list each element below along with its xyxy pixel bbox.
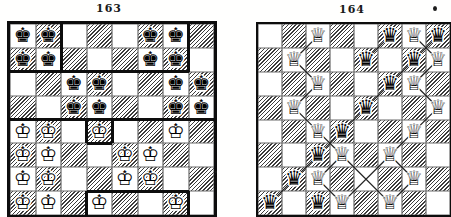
black-queen-piece[interactable]: ♛ bbox=[378, 71, 402, 95]
fig163-square-r5c5[interactable] bbox=[112, 120, 138, 144]
partition-line bbox=[87, 190, 189, 193]
fig163-square-r3c5[interactable] bbox=[112, 72, 138, 96]
partition-line bbox=[111, 120, 114, 144]
fig164-square-r5c8[interactable] bbox=[426, 120, 450, 144]
black-king-piece[interactable]: ♚ bbox=[61, 95, 87, 119]
partition-line bbox=[60, 24, 63, 72]
fig163-square-r4c2[interactable] bbox=[36, 96, 62, 120]
fig164-square-r6c8[interactable] bbox=[426, 143, 450, 167]
black-queen-piece[interactable]: ♛ bbox=[354, 47, 378, 71]
white-king-piece[interactable]: ♔ bbox=[10, 166, 36, 190]
black-queen-piece[interactable]: ♛ bbox=[354, 95, 378, 119]
black-king-piece[interactable]: ♚ bbox=[61, 71, 87, 95]
fig163-square-r5c6[interactable] bbox=[138, 120, 164, 144]
fig164-square-r8c5[interactable] bbox=[354, 191, 378, 215]
fig164-square-r1c1[interactable] bbox=[258, 24, 282, 48]
figure-164-label: 164 bbox=[256, 3, 448, 16]
fig164-square-r5c2[interactable] bbox=[282, 120, 306, 144]
white-king-piece[interactable]: ♔ bbox=[36, 190, 62, 214]
white-king-piece[interactable]: ♔ bbox=[10, 142, 36, 166]
white-king-piece[interactable]: ♔ bbox=[87, 119, 113, 143]
white-king-piece[interactable]: ♔ bbox=[138, 166, 164, 190]
white-king-piece[interactable]: ♔ bbox=[36, 166, 62, 190]
fig164-square-r3c4[interactable] bbox=[330, 72, 354, 96]
fig163-square-r2c4[interactable] bbox=[87, 48, 113, 72]
white-queen-piece[interactable]: ♕ bbox=[402, 119, 426, 143]
white-queen-piece[interactable]: ♕ bbox=[378, 142, 402, 166]
black-king-piece[interactable]: ♚ bbox=[36, 47, 62, 71]
white-queen-piece[interactable]: ♕ bbox=[402, 71, 426, 95]
fig163-square-r6c7[interactable] bbox=[163, 143, 189, 167]
white-king-piece[interactable]: ♔ bbox=[163, 119, 189, 143]
fig163-square-r6c8[interactable] bbox=[189, 143, 215, 167]
black-king-piece[interactable]: ♚ bbox=[163, 95, 189, 119]
fig163-square-r1c3[interactable] bbox=[61, 24, 87, 48]
fig163-square-r7c3[interactable] bbox=[61, 167, 87, 191]
white-queen-piece[interactable]: ♕ bbox=[402, 166, 426, 190]
fig163-square-r8c8[interactable] bbox=[189, 191, 215, 215]
fig163-square-r2c5[interactable] bbox=[112, 48, 138, 72]
fig163-square-r5c8[interactable] bbox=[189, 120, 215, 144]
fig164-square-r3c8[interactable] bbox=[426, 72, 450, 96]
black-queen-piece[interactable]: ♛ bbox=[426, 23, 450, 47]
black-king-piece[interactable]: ♚ bbox=[138, 23, 164, 47]
fig164-square-r8c2[interactable] bbox=[282, 191, 306, 215]
chessboard-figure-164: ♕♛♕♛♕♛♛♕♕♛♕♕♛♕♕♛♕♛♕♕♛♕♕♛♛♕♕ bbox=[256, 22, 451, 217]
fig164-square-r2c6[interactable] bbox=[378, 48, 402, 72]
black-king-piece[interactable]: ♚ bbox=[163, 47, 189, 71]
white-queen-piece[interactable]: ♕ bbox=[306, 119, 330, 143]
fig163-square-r1c4[interactable] bbox=[87, 24, 113, 48]
fig164-square-r3c5[interactable] bbox=[354, 72, 378, 96]
white-king-piece[interactable]: ♔ bbox=[36, 142, 62, 166]
white-queen-piece[interactable]: ♕ bbox=[426, 47, 450, 71]
black-king-piece[interactable]: ♚ bbox=[189, 71, 215, 95]
fig163-square-r2c8[interactable] bbox=[189, 48, 215, 72]
fig163-square-r4c1[interactable] bbox=[10, 96, 36, 120]
black-king-piece[interactable]: ♚ bbox=[138, 47, 164, 71]
scanned-book-page: 163 164 ♚♚♚♚♚♚♚♚♚♚♚♚♚♚♚♚♔♔♔♔♔♔♔♔♔♔♔♔♔♔♔♔… bbox=[0, 0, 451, 217]
fig163-square-r7c7[interactable] bbox=[163, 167, 189, 191]
fig164-square-r3c1[interactable] bbox=[258, 72, 282, 96]
fig164-square-r5c5[interactable] bbox=[354, 120, 378, 144]
fig163-square-r1c8[interactable] bbox=[189, 24, 215, 48]
white-queen-piece[interactable]: ♕ bbox=[306, 71, 330, 95]
fig164-square-r4c6[interactable] bbox=[378, 96, 402, 120]
fig164-square-r7c4[interactable] bbox=[330, 167, 354, 191]
fig164-square-r6c5[interactable] bbox=[354, 143, 378, 167]
fig164-square-r1c5[interactable] bbox=[354, 24, 378, 48]
black-queen-piece[interactable]: ♛ bbox=[402, 47, 426, 71]
fig164-square-r6c1[interactable] bbox=[258, 143, 282, 167]
scan-speck bbox=[433, 6, 437, 11]
white-queen-piece[interactable]: ♕ bbox=[282, 47, 306, 71]
black-king-piece[interactable]: ♚ bbox=[189, 95, 215, 119]
fig163-square-r3c1[interactable] bbox=[10, 72, 36, 96]
white-king-piece[interactable]: ♔ bbox=[163, 190, 189, 214]
fig163-square-r7c8[interactable] bbox=[189, 167, 215, 191]
white-queen-piece[interactable]: ♕ bbox=[306, 23, 330, 47]
figure-163-label: 163 bbox=[7, 2, 211, 15]
fig164-square-r2c3[interactable] bbox=[306, 48, 330, 72]
fig164-square-r4c3[interactable] bbox=[306, 96, 330, 120]
fig164-square-r3c2[interactable] bbox=[282, 72, 306, 96]
black-king-piece[interactable]: ♚ bbox=[87, 71, 113, 95]
fig163-square-r7c4[interactable] bbox=[87, 167, 113, 191]
partition-line bbox=[87, 142, 113, 145]
fig164-square-r5c1[interactable] bbox=[258, 120, 282, 144]
white-queen-piece[interactable]: ♕ bbox=[426, 95, 450, 119]
chessboard-figure-163: ♚♚♚♚♚♚♚♚♚♚♚♚♚♚♚♚♔♔♔♔♔♔♔♔♔♔♔♔♔♔♔♔ bbox=[7, 21, 217, 217]
partition-line bbox=[187, 24, 190, 72]
fig164-square-r6c7[interactable] bbox=[402, 143, 426, 167]
fig164-square-r1c4[interactable] bbox=[330, 24, 354, 48]
white-king-piece[interactable]: ♔ bbox=[10, 119, 36, 143]
partition-line bbox=[85, 191, 88, 215]
fig163-square-r3c2[interactable] bbox=[36, 72, 62, 96]
fig163-square-r4c6[interactable] bbox=[138, 96, 164, 120]
fig164-square-r8c7[interactable] bbox=[402, 191, 426, 215]
partition-line bbox=[187, 191, 190, 215]
fig164-square-r4c7[interactable] bbox=[402, 96, 426, 120]
fig163-square-r8c5[interactable] bbox=[112, 191, 138, 215]
white-queen-piece[interactable]: ♕ bbox=[330, 190, 354, 214]
fig163-square-r8c6[interactable] bbox=[138, 191, 164, 215]
white-king-piece[interactable]: ♔ bbox=[36, 119, 62, 143]
black-queen-piece[interactable]: ♛ bbox=[282, 166, 306, 190]
fig164-square-r6c2[interactable] bbox=[282, 143, 306, 167]
black-queen-piece[interactable]: ♛ bbox=[378, 23, 402, 47]
fig164-square-r1c2[interactable] bbox=[282, 24, 306, 48]
fig164-square-r7c8[interactable] bbox=[426, 167, 450, 191]
black-queen-piece[interactable]: ♛ bbox=[306, 142, 330, 166]
black-king-piece[interactable]: ♚ bbox=[36, 23, 62, 47]
white-queen-piece[interactable]: ♕ bbox=[402, 23, 426, 47]
fig164-square-r8c8[interactable] bbox=[426, 191, 450, 215]
fig163-square-r6c4[interactable] bbox=[87, 143, 113, 167]
fig163-square-r1c5[interactable] bbox=[112, 24, 138, 48]
white-king-piece[interactable]: ♔ bbox=[87, 190, 113, 214]
white-queen-piece[interactable]: ♕ bbox=[378, 190, 402, 214]
fig163-square-r8c3[interactable] bbox=[61, 191, 87, 215]
partition-line bbox=[85, 120, 88, 144]
black-queen-piece[interactable]: ♛ bbox=[306, 190, 330, 214]
fig163-square-r5c3[interactable] bbox=[61, 120, 87, 144]
fig163-square-r3c6[interactable] bbox=[138, 72, 164, 96]
fig163-square-r6c3[interactable] bbox=[61, 143, 87, 167]
fig164-square-r7c1[interactable] bbox=[258, 167, 282, 191]
white-king-piece[interactable]: ♔ bbox=[112, 166, 138, 190]
black-king-piece[interactable]: ♚ bbox=[10, 23, 36, 47]
black-king-piece[interactable]: ♚ bbox=[163, 71, 189, 95]
partition-line bbox=[10, 70, 189, 73]
fig164-square-r4c1[interactable] bbox=[258, 96, 282, 120]
scan-speck bbox=[215, 171, 217, 173]
white-queen-piece[interactable]: ♕ bbox=[306, 166, 330, 190]
black-king-piece[interactable]: ♚ bbox=[10, 47, 36, 71]
black-king-piece[interactable]: ♚ bbox=[163, 23, 189, 47]
white-king-piece[interactable]: ♔ bbox=[138, 142, 164, 166]
black-queen-piece[interactable]: ♛ bbox=[330, 119, 354, 143]
fig163-square-r4c5[interactable] bbox=[112, 96, 138, 120]
fig164-square-r4c4[interactable] bbox=[330, 96, 354, 120]
white-king-piece[interactable]: ♔ bbox=[10, 190, 36, 214]
white-king-piece[interactable]: ♔ bbox=[112, 142, 138, 166]
white-queen-piece[interactable]: ♕ bbox=[282, 95, 306, 119]
fig164-square-r2c4[interactable] bbox=[330, 48, 354, 72]
fig164-square-r7c5[interactable] bbox=[354, 167, 378, 191]
fig164-square-r5c6[interactable] bbox=[378, 120, 402, 144]
fig163-square-r2c3[interactable] bbox=[61, 48, 87, 72]
fig164-square-r7c6[interactable] bbox=[378, 167, 402, 191]
black-king-piece[interactable]: ♚ bbox=[87, 95, 113, 119]
black-queen-piece[interactable]: ♛ bbox=[258, 190, 282, 214]
fig164-square-r2c1[interactable] bbox=[258, 48, 282, 72]
white-queen-piece[interactable]: ♕ bbox=[330, 142, 354, 166]
